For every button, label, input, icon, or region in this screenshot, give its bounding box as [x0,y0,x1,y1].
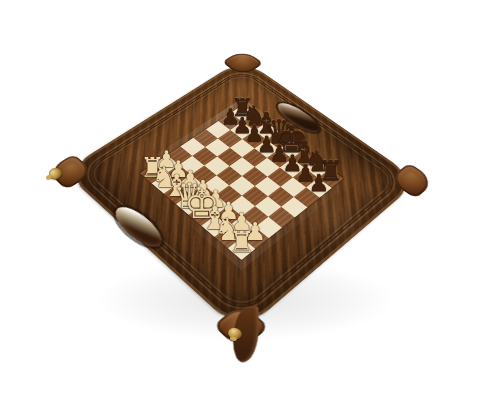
chessboard [129,98,355,270]
product-photo: ♜♞♝♛♚♝♞♜♟♟♟♟♟♟♟♟♟♟♟♟♟♟♟♟♜♞♝♛♚♝♞♜ [0,0,500,400]
